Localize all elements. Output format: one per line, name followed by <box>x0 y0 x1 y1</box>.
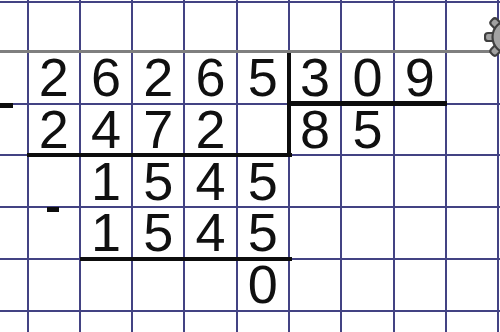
digit-cell-r0c2: 2 <box>132 51 184 103</box>
digit-cell-r1c1: 4 <box>80 103 132 155</box>
digit-cell-r3c3: 4 <box>184 206 236 258</box>
digit-cell-r1c5: 8 <box>289 103 341 155</box>
digit-cell-r1c3: 2 <box>184 103 236 155</box>
digit-cell-r1c0: 2 <box>28 103 80 155</box>
digit-cell-r0c4: 5 <box>237 51 289 103</box>
minus-sign-1 <box>0 103 13 108</box>
worksheet: 26265309247285154515450 <box>0 0 500 332</box>
subtraction-line-2 <box>80 257 292 262</box>
gear-icon[interactable] <box>484 12 500 62</box>
digit-cell-r3c4: 5 <box>237 206 289 258</box>
division-grid: 26265309247285154515450 <box>28 51 499 309</box>
digit-cell-r1c6: 5 <box>341 103 393 155</box>
subtraction-line-1 <box>27 153 292 158</box>
digit-cell-r0c1: 6 <box>80 51 132 103</box>
divisor-underline <box>287 101 447 106</box>
digit-cell-r1c2: 7 <box>132 103 184 155</box>
digit-cell-r2c3: 4 <box>184 155 236 207</box>
digit-cell-r0c3: 6 <box>184 51 236 103</box>
digit-cell-r2c4: 5 <box>237 155 289 207</box>
digit-cell-r2c1: 1 <box>80 155 132 207</box>
digit-cell-r3c1: 1 <box>80 206 132 258</box>
digit-cell-r0c5: 3 <box>289 51 341 103</box>
minus-sign-2 <box>47 207 60 212</box>
grid-line-horizontal <box>0 1 500 3</box>
digit-cell-r3c2: 5 <box>132 206 184 258</box>
digit-cell-r4c4: 0 <box>237 258 289 310</box>
digit-cell-r0c6: 0 <box>341 51 393 103</box>
digit-cell-r0c7: 9 <box>394 51 446 103</box>
digit-cell-r2c2: 5 <box>132 155 184 207</box>
digit-cell-r0c0: 2 <box>28 51 80 103</box>
